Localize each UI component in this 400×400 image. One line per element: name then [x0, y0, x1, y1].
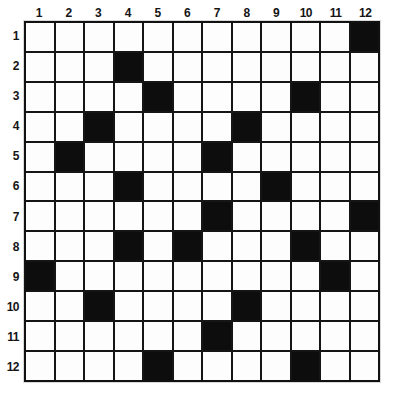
cell-r10c10[interactable] [292, 292, 320, 320]
cell-r3c3[interactable] [85, 83, 113, 111]
cell-r10c11[interactable] [321, 292, 349, 320]
cell-r1c7[interactable] [203, 23, 231, 51]
cell-r1c12-blocked [351, 23, 379, 51]
cell-r8c2[interactable] [56, 232, 84, 260]
cell-r3c11[interactable] [321, 83, 349, 111]
cell-r8c6-blocked [174, 232, 202, 260]
cell-r5c11[interactable] [321, 143, 349, 171]
cell-r11c8[interactable] [233, 322, 261, 350]
row-label-6: 6 [0, 171, 22, 201]
cell-r7c5[interactable] [144, 202, 172, 230]
cell-r4c12[interactable] [351, 113, 379, 141]
col-label-3: 3 [83, 3, 113, 20]
cell-r1c3[interactable] [85, 23, 113, 51]
row-label-12: 12 [0, 352, 22, 382]
col-label-9: 9 [261, 3, 291, 20]
cell-r7c1[interactable] [26, 202, 54, 230]
row-label-4: 4 [0, 111, 22, 141]
cell-r4c10[interactable] [292, 113, 320, 141]
col-label-1: 1 [24, 3, 54, 20]
cell-r6c11[interactable] [321, 173, 349, 201]
col-label-12: 12 [350, 3, 380, 20]
cell-r3c7[interactable] [203, 83, 231, 111]
cell-r7c4[interactable] [115, 202, 143, 230]
cell-r7c12-blocked [351, 202, 379, 230]
cell-r6c7[interactable] [203, 173, 231, 201]
cell-r3c10-blocked [292, 83, 320, 111]
cell-r6c10[interactable] [292, 173, 320, 201]
cell-r4c9[interactable] [262, 113, 290, 141]
row-label-2: 2 [0, 51, 22, 81]
cell-r2c3[interactable] [85, 53, 113, 81]
cell-r6c12[interactable] [351, 173, 379, 201]
row-labels: 123456789101112 [0, 21, 22, 382]
cell-r10c12[interactable] [351, 292, 379, 320]
cell-r12c1[interactable] [26, 352, 54, 380]
cell-r3c8[interactable] [233, 83, 261, 111]
cell-r4c5[interactable] [144, 113, 172, 141]
cell-r3c2[interactable] [56, 83, 84, 111]
col-label-10: 10 [291, 3, 321, 20]
cell-r6c9-blocked [262, 173, 290, 201]
cell-r11c2[interactable] [56, 322, 84, 350]
cell-r11c11[interactable] [321, 322, 349, 350]
cell-r11c7-blocked [203, 322, 231, 350]
cell-r5c7-blocked [203, 143, 231, 171]
cell-r3c9[interactable] [262, 83, 290, 111]
cell-r4c11[interactable] [321, 113, 349, 141]
cell-r9c9[interactable] [262, 262, 290, 290]
row-label-7: 7 [0, 202, 22, 232]
cell-r11c4[interactable] [115, 322, 143, 350]
cell-r10c9[interactable] [262, 292, 290, 320]
col-label-6: 6 [172, 3, 202, 20]
col-label-4: 4 [113, 3, 143, 20]
cell-r8c5[interactable] [144, 232, 172, 260]
col-label-11: 11 [321, 3, 351, 20]
cell-r8c3[interactable] [85, 232, 113, 260]
cell-r3c1[interactable] [26, 83, 54, 111]
row-label-10: 10 [0, 292, 22, 322]
cell-r9c6[interactable] [174, 262, 202, 290]
cell-r12c11[interactable] [321, 352, 349, 380]
cell-r8c11[interactable] [321, 232, 349, 260]
cell-r11c1[interactable] [26, 322, 54, 350]
cell-r5c5[interactable] [144, 143, 172, 171]
cell-r4c7[interactable] [203, 113, 231, 141]
cell-r12c3[interactable] [85, 352, 113, 380]
cell-r8c1[interactable] [26, 232, 54, 260]
cell-r10c8-blocked [233, 292, 261, 320]
cell-r7c10[interactable] [292, 202, 320, 230]
cell-r8c12[interactable] [351, 232, 379, 260]
cell-r7c11[interactable] [321, 202, 349, 230]
cell-r4c6[interactable] [174, 113, 202, 141]
cell-r12c7[interactable] [203, 352, 231, 380]
cell-r5c2-blocked [56, 143, 84, 171]
cell-r9c3[interactable] [85, 262, 113, 290]
cell-r9c4[interactable] [115, 262, 143, 290]
cell-r10c7[interactable] [203, 292, 231, 320]
row-label-5: 5 [0, 141, 22, 171]
cell-r6c6[interactable] [174, 173, 202, 201]
row-label-8: 8 [0, 232, 22, 262]
cell-r12c12[interactable] [351, 352, 379, 380]
cell-r5c10[interactable] [292, 143, 320, 171]
cell-r1c9[interactable] [262, 23, 290, 51]
cell-r1c5[interactable] [144, 23, 172, 51]
col-label-8: 8 [232, 3, 262, 20]
cell-r2c9[interactable] [262, 53, 290, 81]
cell-r8c4-blocked [115, 232, 143, 260]
cell-r7c2[interactable] [56, 202, 84, 230]
cell-r10c3-blocked [85, 292, 113, 320]
cell-r5c1[interactable] [26, 143, 54, 171]
cell-r1c2[interactable] [56, 23, 84, 51]
cell-r11c6[interactable] [174, 322, 202, 350]
col-label-7: 7 [202, 3, 232, 20]
cell-r10c5[interactable] [144, 292, 172, 320]
cell-r7c9[interactable] [262, 202, 290, 230]
cell-r7c7-blocked [203, 202, 231, 230]
col-label-5: 5 [143, 3, 173, 20]
cell-r1c10[interactable] [292, 23, 320, 51]
cell-r2c6[interactable] [174, 53, 202, 81]
cell-r6c3[interactable] [85, 173, 113, 201]
cell-r1c8[interactable] [233, 23, 261, 51]
cell-r2c8[interactable] [233, 53, 261, 81]
cell-r4c4[interactable] [115, 113, 143, 141]
cell-r2c5[interactable] [144, 53, 172, 81]
puzzle-board [24, 21, 380, 382]
cell-r2c1[interactable] [26, 53, 54, 81]
cell-r9c10[interactable] [292, 262, 320, 290]
cell-r5c4[interactable] [115, 143, 143, 171]
cell-r9c11-blocked [321, 262, 349, 290]
cell-r4c2[interactable] [56, 113, 84, 141]
cell-r4c8-blocked [233, 113, 261, 141]
cell-r3c5-blocked [144, 83, 172, 111]
cell-r12c10-blocked [292, 352, 320, 380]
cell-r8c7[interactable] [203, 232, 231, 260]
cell-r11c3[interactable] [85, 322, 113, 350]
row-label-9: 9 [0, 262, 22, 292]
cell-r4c1[interactable] [26, 113, 54, 141]
cell-r3c4[interactable] [115, 83, 143, 111]
cell-r3c6[interactable] [174, 83, 202, 111]
cell-r2c4-blocked [115, 53, 143, 81]
cell-r9c1-blocked [26, 262, 54, 290]
row-label-1: 1 [0, 21, 22, 51]
cell-r9c8[interactable] [233, 262, 261, 290]
cell-r6c5[interactable] [144, 173, 172, 201]
cell-r12c2[interactable] [56, 352, 84, 380]
cell-r10c4[interactable] [115, 292, 143, 320]
cell-r11c5[interactable] [144, 322, 172, 350]
cell-r6c2[interactable] [56, 173, 84, 201]
cell-r10c6[interactable] [174, 292, 202, 320]
cell-r4c3-blocked [85, 113, 113, 141]
cell-r12c4[interactable] [115, 352, 143, 380]
column-labels: 123456789101112 [24, 3, 380, 20]
cell-r12c6[interactable] [174, 352, 202, 380]
cell-r5c12[interactable] [351, 143, 379, 171]
cell-r1c4[interactable] [115, 23, 143, 51]
cell-r6c1[interactable] [26, 173, 54, 201]
col-label-2: 2 [54, 3, 84, 20]
cell-r8c9[interactable] [262, 232, 290, 260]
cell-r7c3[interactable] [85, 202, 113, 230]
row-label-3: 3 [0, 81, 22, 111]
cell-r11c12[interactable] [351, 322, 379, 350]
cell-r7c6[interactable] [174, 202, 202, 230]
cell-r8c10-blocked [292, 232, 320, 260]
cell-r9c12[interactable] [351, 262, 379, 290]
cell-r12c9[interactable] [262, 352, 290, 380]
cell-r6c4-blocked [115, 173, 143, 201]
cell-r9c7[interactable] [203, 262, 231, 290]
cell-r1c11[interactable] [321, 23, 349, 51]
row-label-11: 11 [0, 322, 22, 352]
cell-r12c8[interactable] [233, 352, 261, 380]
cell-r5c3[interactable] [85, 143, 113, 171]
cell-r2c11[interactable] [321, 53, 349, 81]
cell-r2c2[interactable] [56, 53, 84, 81]
cell-r1c6[interactable] [174, 23, 202, 51]
cell-r2c7[interactable] [203, 53, 231, 81]
cell-r11c9[interactable] [262, 322, 290, 350]
cell-r9c2[interactable] [56, 262, 84, 290]
cell-r11c10[interactable] [292, 322, 320, 350]
cell-r9c5[interactable] [144, 262, 172, 290]
cell-r2c12[interactable] [351, 53, 379, 81]
cell-r6c8[interactable] [233, 173, 261, 201]
cell-r5c8[interactable] [233, 143, 261, 171]
cell-r8c8[interactable] [233, 232, 261, 260]
cell-r10c1[interactable] [26, 292, 54, 320]
cell-r7c8[interactable] [233, 202, 261, 230]
cell-r5c9[interactable] [262, 143, 290, 171]
cell-r1c1[interactable] [26, 23, 54, 51]
cell-r5c6[interactable] [174, 143, 202, 171]
cell-r3c12[interactable] [351, 83, 379, 111]
cell-r12c5-blocked [144, 352, 172, 380]
cell-r10c2[interactable] [56, 292, 84, 320]
cell-r2c10[interactable] [292, 53, 320, 81]
puzzle-page: 123456789101112 123456789101112 [0, 0, 400, 400]
